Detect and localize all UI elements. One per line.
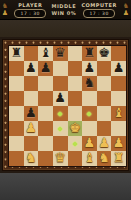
black-rook-a8[interactable]: ♜ xyxy=(10,46,22,59)
chess-app: ♞ ♟ PLAYER 17 : 30 MIDDLE WIN 0% COMPUTE… xyxy=(0,0,131,200)
square-f5[interactable] xyxy=(82,91,97,106)
white-pawn-f2[interactable]: ♟ xyxy=(84,136,96,149)
square-a2[interactable] xyxy=(9,136,24,151)
square-e6[interactable] xyxy=(68,76,83,91)
square-e7[interactable] xyxy=(68,61,83,76)
table-upper-area xyxy=(0,20,131,37)
square-c1[interactable] xyxy=(38,151,53,166)
square-e8[interactable] xyxy=(68,46,83,61)
square-h8[interactable] xyxy=(111,46,126,61)
white-pawn-g2[interactable]: ♟ xyxy=(98,136,110,149)
pawn-icon: ♟ xyxy=(2,10,8,17)
square-h2[interactable]: ♟ xyxy=(111,136,126,151)
square-c4[interactable] xyxy=(38,106,53,121)
square-h7[interactable]: ♟ xyxy=(111,61,126,76)
square-d3[interactable] xyxy=(53,121,68,136)
player-label: PLAYER xyxy=(18,2,42,8)
square-a8[interactable]: ♜ xyxy=(9,46,24,61)
square-b3[interactable]: ♟ xyxy=(24,121,39,136)
square-f7[interactable]: ♟ xyxy=(82,61,97,76)
black-bishop-c8[interactable]: ♝ xyxy=(40,46,52,59)
square-c6[interactable] xyxy=(38,76,53,91)
white-knight-b1[interactable]: ♞ xyxy=(25,151,37,164)
game-info: MIDDLE WIN 0% xyxy=(51,3,76,16)
computer-clock: 17 : 30 xyxy=(83,9,115,18)
square-g8[interactable]: ♚ xyxy=(97,46,112,61)
square-b5[interactable] xyxy=(24,91,39,106)
square-e3[interactable]: ♚ xyxy=(68,121,83,136)
white-queen-d1[interactable]: ♛ xyxy=(54,151,66,164)
square-c3[interactable] xyxy=(38,121,53,136)
black-king-g8[interactable]: ♚ xyxy=(98,46,110,59)
white-bishop-h4[interactable]: ♝ xyxy=(113,106,125,119)
square-f3[interactable] xyxy=(82,121,97,136)
board-area: ♜♝♛♜♚♟♟♟♟♞♟♟♝♟♚♟♟♟♞♛♝♞♜ xyxy=(0,37,131,173)
white-pawn-h2[interactable]: ♟ xyxy=(113,136,125,149)
square-a7[interactable] xyxy=(9,61,24,76)
square-e4[interactable] xyxy=(68,106,83,121)
table-lower-area xyxy=(0,173,131,200)
player-clock: 17 : 30 xyxy=(14,9,46,18)
square-f4[interactable] xyxy=(82,106,97,121)
square-a5[interactable] xyxy=(9,91,24,106)
black-pawn-h7[interactable]: ♟ xyxy=(113,61,125,74)
square-d6[interactable] xyxy=(53,76,68,91)
white-king-e3[interactable]: ♚ xyxy=(69,121,81,134)
square-d7[interactable] xyxy=(53,61,68,76)
square-h6[interactable] xyxy=(111,76,126,91)
player-panel: PLAYER 17 : 30 xyxy=(14,2,46,18)
computer-label: COMPUTER xyxy=(81,2,116,8)
black-pawn-c7[interactable]: ♟ xyxy=(40,61,52,74)
chess-board[interactable]: ♜♝♛♜♚♟♟♟♟♞♟♟♝♟♚♟♟♟♞♛♝♞♜ xyxy=(8,45,127,167)
square-a4[interactable] xyxy=(9,106,24,121)
square-b1[interactable]: ♞ xyxy=(24,151,39,166)
white-pawn-b3[interactable]: ♟ xyxy=(25,121,37,134)
legal-move-dot-d3[interactable] xyxy=(57,126,63,132)
legal-move-dot-f4[interactable] xyxy=(87,111,93,117)
square-f1[interactable]: ♝ xyxy=(82,151,97,166)
square-g7[interactable] xyxy=(97,61,112,76)
square-e5[interactable] xyxy=(68,91,83,106)
black-knight-f6[interactable]: ♞ xyxy=(84,76,96,89)
square-f8[interactable]: ♜ xyxy=(82,46,97,61)
legal-move-dot-d4[interactable] xyxy=(57,111,63,117)
square-g3[interactable] xyxy=(97,121,112,136)
square-c7[interactable]: ♟ xyxy=(38,61,53,76)
square-f6[interactable]: ♞ xyxy=(82,76,97,91)
square-c8[interactable]: ♝ xyxy=(38,46,53,61)
square-f2[interactable]: ♟ xyxy=(82,136,97,151)
board-frame: ♜♝♛♜♚♟♟♟♟♞♟♟♝♟♚♟♟♟♞♛♝♞♜ xyxy=(2,39,129,171)
white-rook-h1[interactable]: ♜ xyxy=(113,151,125,164)
computer-piece-icons: ♞ ♟ xyxy=(122,3,130,17)
win-rate-label: WIN 0% xyxy=(51,10,76,16)
square-a1[interactable] xyxy=(9,151,24,166)
square-g6[interactable] xyxy=(97,76,112,91)
black-queen-d8[interactable]: ♛ xyxy=(54,46,66,59)
square-a3[interactable] xyxy=(9,121,24,136)
square-d1[interactable]: ♛ xyxy=(53,151,68,166)
black-pawn-f7[interactable]: ♟ xyxy=(84,61,96,74)
square-b2[interactable] xyxy=(24,136,39,151)
square-a6[interactable] xyxy=(9,76,24,91)
white-bishop-f1[interactable]: ♝ xyxy=(84,151,96,164)
square-e1[interactable] xyxy=(68,151,83,166)
square-d8[interactable]: ♛ xyxy=(53,46,68,61)
square-h4[interactable]: ♝ xyxy=(111,106,126,121)
square-c5[interactable] xyxy=(38,91,53,106)
square-g4[interactable] xyxy=(97,106,112,121)
square-h5[interactable] xyxy=(111,91,126,106)
square-b8[interactable] xyxy=(24,46,39,61)
legal-move-dot-e2[interactable] xyxy=(72,141,78,147)
square-g5[interactable] xyxy=(97,91,112,106)
white-knight-g1[interactable]: ♞ xyxy=(98,151,110,164)
square-b4[interactable]: ♟ xyxy=(24,106,39,121)
computer-panel: COMPUTER 17 : 30 xyxy=(81,2,116,18)
square-d2[interactable] xyxy=(53,136,68,151)
square-g2[interactable]: ♟ xyxy=(97,136,112,151)
square-c2[interactable] xyxy=(38,136,53,151)
pawn-icon: ♟ xyxy=(123,10,129,17)
square-b6[interactable] xyxy=(24,76,39,91)
player-piece-icons: ♞ ♟ xyxy=(1,3,9,17)
black-pawn-b4[interactable]: ♟ xyxy=(25,106,37,119)
square-d4[interactable] xyxy=(53,106,68,121)
square-g1[interactable]: ♞ xyxy=(97,151,112,166)
difficulty-label: MIDDLE xyxy=(51,3,76,9)
black-pawn-b7[interactable]: ♟ xyxy=(25,61,37,74)
square-h3[interactable] xyxy=(111,121,126,136)
square-e2[interactable] xyxy=(68,136,83,151)
black-rook-f8[interactable]: ♜ xyxy=(84,46,96,59)
square-b7[interactable]: ♟ xyxy=(24,61,39,76)
black-pawn-d5[interactable]: ♟ xyxy=(54,91,66,104)
square-h1[interactable]: ♜ xyxy=(111,151,126,166)
square-d5[interactable]: ♟ xyxy=(53,91,68,106)
status-bar: ♞ ♟ PLAYER 17 : 30 MIDDLE WIN 0% COMPUTE… xyxy=(0,0,131,20)
